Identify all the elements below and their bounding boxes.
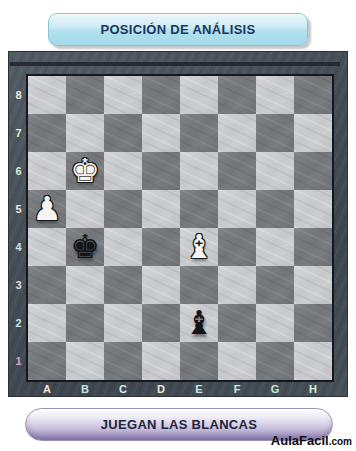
square-g5[interactable] (256, 190, 294, 228)
square-f8[interactable] (218, 76, 256, 114)
square-h6[interactable] (294, 152, 332, 190)
square-c1[interactable] (104, 342, 142, 380)
file-label-e: E (180, 380, 218, 398)
square-f4[interactable] (218, 228, 256, 266)
square-d3[interactable] (142, 266, 180, 304)
square-h2[interactable] (294, 304, 332, 342)
file-label-d: D (142, 380, 180, 398)
square-d1[interactable] (142, 342, 180, 380)
square-h5[interactable] (294, 190, 332, 228)
square-c3[interactable] (104, 266, 142, 304)
square-f3[interactable] (218, 266, 256, 304)
square-h3[interactable] (294, 266, 332, 304)
square-e1[interactable] (180, 342, 218, 380)
square-e4[interactable]: ♝ (180, 228, 218, 266)
square-f6[interactable] (218, 152, 256, 190)
square-g2[interactable] (256, 304, 294, 342)
turn-banner-label: JUEGAN LAS BLANCAS (101, 417, 257, 432)
square-b3[interactable] (66, 266, 104, 304)
square-c4[interactable] (104, 228, 142, 266)
rank-label-5: 5 (9, 190, 28, 228)
square-f7[interactable] (218, 114, 256, 152)
square-c6[interactable] (104, 152, 142, 190)
file-label-b: B (66, 380, 104, 398)
square-d5[interactable] (142, 190, 180, 228)
square-a5[interactable]: ♟ (28, 190, 66, 228)
square-h1[interactable] (294, 342, 332, 380)
analysis-banner: POSICIÓN DE ANÁLISIS (48, 13, 308, 46)
file-label-c: C (104, 380, 142, 398)
square-e3[interactable] (180, 266, 218, 304)
rank-label-7: 7 (9, 114, 28, 152)
square-c7[interactable] (104, 114, 142, 152)
brand: AulaFacil.com (271, 433, 352, 448)
square-b8[interactable] (66, 76, 104, 114)
rank-label-3: 3 (9, 266, 28, 304)
square-c8[interactable] (104, 76, 142, 114)
square-d2[interactable] (142, 304, 180, 342)
square-d4[interactable] (142, 228, 180, 266)
square-d8[interactable] (142, 76, 180, 114)
white-king: ♚ (70, 152, 100, 190)
square-e2[interactable]: ♝ (180, 304, 218, 342)
file-label-h: H (294, 380, 332, 398)
square-d6[interactable] (142, 152, 180, 190)
square-b5[interactable] (66, 190, 104, 228)
square-g3[interactable] (256, 266, 294, 304)
square-a6[interactable] (28, 152, 66, 190)
square-a4[interactable] (28, 228, 66, 266)
square-h7[interactable] (294, 114, 332, 152)
brand-name: AulaFacil (271, 433, 329, 448)
white-bishop: ♝ (184, 228, 214, 266)
square-f2[interactable] (218, 304, 256, 342)
square-a2[interactable] (28, 304, 66, 342)
rank-label-4: 4 (9, 228, 28, 266)
square-a7[interactable] (28, 114, 66, 152)
file-label-f: F (218, 380, 256, 398)
square-d7[interactable] (142, 114, 180, 152)
file-label-a: A (28, 380, 66, 398)
chess-board-frame: 87654321 ♚♟♚♝♝ ABCDEFGH (8, 51, 348, 397)
square-a3[interactable] (28, 266, 66, 304)
square-c2[interactable] (104, 304, 142, 342)
square-g4[interactable] (256, 228, 294, 266)
white-pawn: ♟ (32, 190, 62, 228)
square-b6[interactable]: ♚ (66, 152, 104, 190)
square-e7[interactable] (180, 114, 218, 152)
square-e8[interactable] (180, 76, 218, 114)
square-a1[interactable] (28, 342, 66, 380)
rank-label-8: 8 (9, 76, 28, 114)
black-bishop: ♝ (184, 304, 214, 342)
file-labels: ABCDEFGH (28, 380, 332, 398)
brand-suffix: .com (329, 436, 352, 447)
square-b7[interactable] (66, 114, 104, 152)
square-g1[interactable] (256, 342, 294, 380)
square-f5[interactable] (218, 190, 256, 228)
board-grid: ♚♟♚♝♝ (28, 76, 332, 380)
square-g6[interactable] (256, 152, 294, 190)
rank-label-1: 1 (9, 342, 28, 380)
rank-label-2: 2 (9, 304, 28, 342)
square-e6[interactable] (180, 152, 218, 190)
file-label-g: G (256, 380, 294, 398)
square-c5[interactable] (104, 190, 142, 228)
square-g8[interactable] (256, 76, 294, 114)
rank-label-6: 6 (9, 152, 28, 190)
square-b1[interactable] (66, 342, 104, 380)
square-g7[interactable] (256, 114, 294, 152)
square-e5[interactable] (180, 190, 218, 228)
analysis-banner-label: POSICIÓN DE ANÁLISIS (100, 22, 255, 37)
square-f1[interactable] (218, 342, 256, 380)
square-b4[interactable]: ♚ (66, 228, 104, 266)
rank-labels: 87654321 (9, 76, 28, 380)
black-king: ♚ (70, 228, 100, 266)
square-h4[interactable] (294, 228, 332, 266)
square-b2[interactable] (66, 304, 104, 342)
square-a8[interactable] (28, 76, 66, 114)
square-h8[interactable] (294, 76, 332, 114)
